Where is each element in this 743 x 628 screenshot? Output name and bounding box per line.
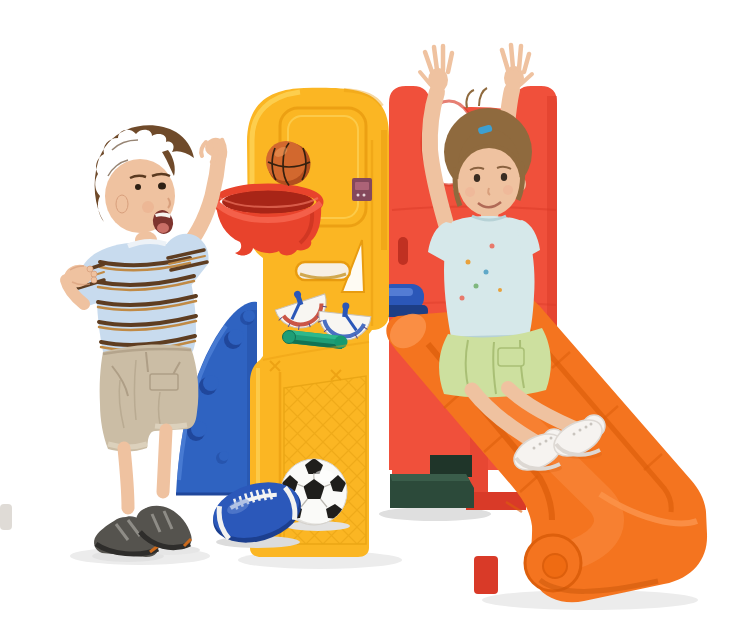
red-foot — [474, 556, 498, 594]
boy-left-leg — [124, 448, 128, 508]
photo-stage: Two toddlers play on a colorful plastic … — [0, 0, 743, 628]
playset-photo: Two toddlers play on a colorful plastic … — [0, 0, 743, 628]
boy-eye-left — [135, 184, 141, 190]
red-base-bar — [466, 492, 526, 510]
girl-eye-right — [501, 173, 507, 181]
girl-eye-left — [474, 174, 480, 182]
panel-slot-left — [398, 237, 408, 265]
boy-right-leg — [163, 430, 166, 492]
girl-face — [458, 148, 520, 216]
boy-eye-right — [158, 183, 166, 190]
